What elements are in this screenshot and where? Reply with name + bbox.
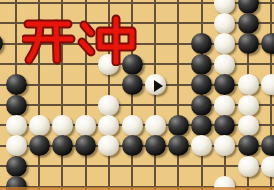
- black-stone: [122, 135, 143, 156]
- white-stone: [214, 54, 235, 75]
- black-stone: [0, 33, 3, 54]
- white-stone: [214, 13, 235, 34]
- white-stone: [6, 115, 27, 136]
- black-stone: [75, 135, 96, 156]
- black-stone: [214, 115, 235, 136]
- white-stone: [238, 156, 259, 177]
- white-stone: [238, 74, 259, 95]
- white-stone: [238, 115, 259, 136]
- black-stone: [168, 115, 189, 136]
- grid-line-vertical: [177, 0, 179, 190]
- white-stone: [98, 95, 119, 116]
- black-stone: [191, 95, 212, 116]
- black-stone: [238, 13, 259, 34]
- white-stone: [214, 135, 235, 156]
- black-stone: [6, 74, 27, 95]
- white-stone: [52, 115, 73, 136]
- move-label-overlay: 开冲: [22, 12, 140, 66]
- board-bottom-edge: [0, 187, 274, 190]
- white-stone: [261, 74, 274, 95]
- black-stone: [122, 74, 143, 95]
- white-stone: [261, 156, 274, 177]
- black-stone: [238, 33, 259, 54]
- black-stone: [191, 54, 212, 75]
- white-stone: [98, 115, 119, 136]
- black-stone: [52, 135, 73, 156]
- white-stone: [214, 33, 235, 54]
- black-stone: [6, 156, 27, 177]
- black-stone: [261, 33, 274, 54]
- black-stone: [261, 135, 274, 156]
- white-stone: [191, 135, 212, 156]
- white-stone: [214, 0, 235, 14]
- white-stone: [98, 135, 119, 156]
- white-stone: [6, 135, 27, 156]
- white-stone: [238, 95, 259, 116]
- black-stone: [168, 135, 189, 156]
- white-stone: [214, 95, 235, 116]
- grid-line-horizontal: [0, 165, 274, 167]
- black-stone: [191, 74, 212, 95]
- white-stone: [122, 115, 143, 136]
- black-stone: [191, 115, 212, 136]
- go-app-screenshot: 开冲: [0, 0, 274, 190]
- white-stone: [29, 115, 50, 136]
- black-stone: [214, 74, 235, 95]
- black-stone: [29, 135, 50, 156]
- black-stone: [238, 135, 259, 156]
- white-stone: [75, 115, 96, 136]
- black-stone: [6, 95, 27, 116]
- white-stone: [145, 115, 166, 136]
- black-stone: [238, 0, 259, 14]
- last-move-triangle-marker: [154, 80, 163, 92]
- black-stone: [145, 135, 166, 156]
- black-stone: [191, 33, 212, 54]
